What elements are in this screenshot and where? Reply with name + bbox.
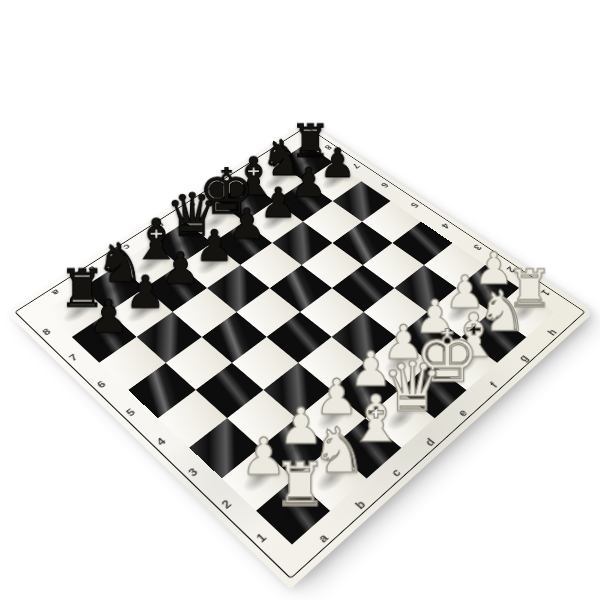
piece-black-pawn-a7: ♟ <box>85 293 131 339</box>
chess-mat: ♜♞♝♛♚♝♞♜♟♟♟♟♟♟♟♟♟♟♟♟♟♟♟♟♜♞♝♛♚♝♞♜ abcdefg… <box>6 122 594 589</box>
scene: ♜♞♝♛♚♝♞♜♟♟♟♟♟♟♟♟♟♟♟♟♟♟♟♟♜♞♝♛♚♝♞♜ abcdefg… <box>0 0 600 600</box>
piece-white-rook-a1: ♜ <box>272 454 325 515</box>
square-e5 <box>270 265 332 312</box>
chess-board: ♜♞♝♛♚♝♞♜♟♟♟♟♟♟♟♟♟♟♟♟♟♟♟♟♜♞♝♛♚♝♞♜ <box>45 144 554 545</box>
product-photo-stage: ♜♞♝♛♚♝♞♜♟♟♟♟♟♟♟♟♟♟♟♟♟♟♟♟♜♞♝♛♚♝♞♜ abcdefg… <box>0 0 600 600</box>
